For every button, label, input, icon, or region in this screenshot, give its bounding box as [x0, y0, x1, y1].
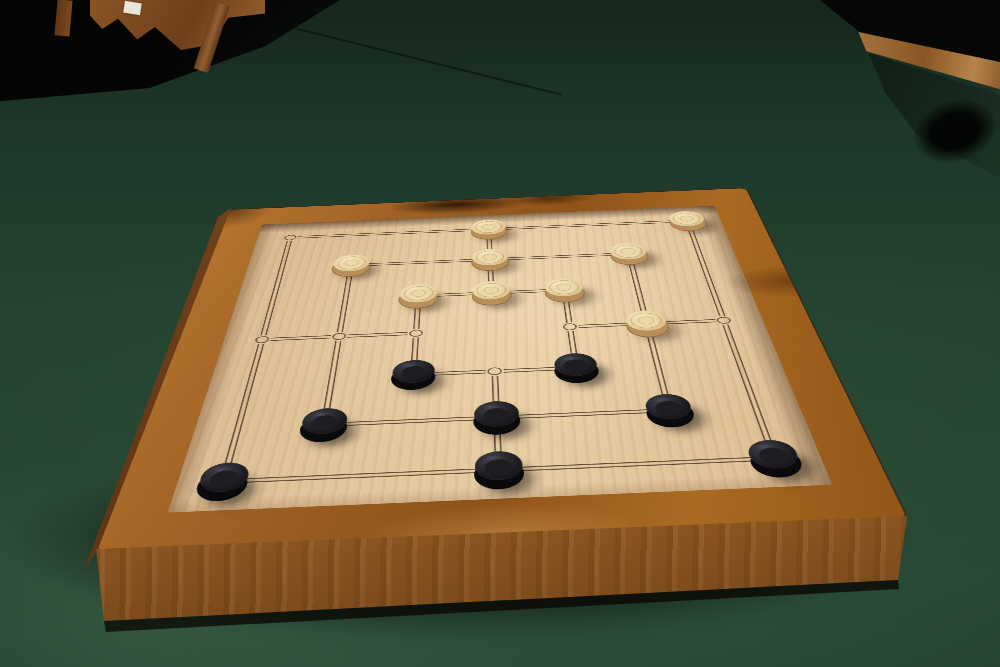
white-disc-glyph: ●: [332, 254, 371, 272]
felt-seam-line: [242, 14, 563, 96]
point-d6[interactable]: ●: [455, 243, 526, 278]
white-piece[interactable]: ●: [471, 219, 506, 235]
white-disc-glyph: ●: [624, 310, 669, 332]
white-disc-glyph: ●: [667, 211, 707, 227]
black-disc-glyph: ●: [300, 407, 349, 434]
point-e4[interactable]: [530, 306, 613, 348]
white-piece[interactable]: ●: [667, 211, 707, 227]
point-a1[interactable]: ●: [168, 452, 275, 512]
white-piece[interactable]: ●: [608, 242, 648, 260]
black-disc-glyph: ●: [744, 439, 802, 469]
sticker-label: [123, 1, 142, 16]
wooden-stand: [50, 0, 260, 86]
black-disc-glyph: ●: [643, 393, 694, 420]
black-piece[interactable]: ●: [744, 439, 802, 469]
point-a7[interactable]: [252, 222, 326, 254]
white-disc-glyph: ●: [399, 283, 438, 303]
point-f2[interactable]: ●: [621, 385, 720, 437]
point-c4[interactable]: [375, 313, 455, 355]
black-piece[interactable]: ●: [475, 450, 524, 481]
point-g4[interactable]: [679, 300, 770, 342]
white-piece[interactable]: ●: [332, 254, 371, 272]
black-disc-glyph: ●: [553, 353, 598, 377]
point-b2[interactable]: ●: [275, 399, 370, 452]
white-piece[interactable]: ●: [399, 283, 438, 303]
stand-leg: [54, 0, 72, 37]
point-c3[interactable]: ●: [370, 352, 454, 399]
stand-body: [90, 0, 265, 52]
black-disc-glyph: ●: [392, 359, 436, 383]
white-disc-glyph: ●: [472, 280, 511, 300]
white-disc-glyph: ●: [544, 277, 584, 297]
point-g1[interactable]: ●: [720, 430, 832, 489]
black-piece[interactable]: ●: [643, 393, 694, 420]
point-d5[interactable]: ●: [455, 274, 530, 312]
point-d7[interactable]: ●: [456, 214, 524, 246]
point-e5[interactable]: ●: [526, 271, 604, 309]
board-surface: ● ● ● ● ● ● ● ● ● ● ● ● ● ● ●: [168, 206, 833, 513]
black-disc-glyph: ●: [474, 400, 520, 427]
point-b6[interactable]: ●: [313, 248, 388, 283]
point-f4[interactable]: ●: [605, 303, 692, 345]
black-piece[interactable]: ●: [553, 353, 598, 377]
black-piece[interactable]: ●: [300, 407, 349, 434]
white-disc-glyph: ●: [608, 242, 648, 260]
point-a4[interactable]: [217, 319, 305, 362]
photo-scene: ● ● ● ● ● ● ● ● ● ● ● ● ● ● ●: [0, 0, 1000, 667]
white-piece[interactable]: ●: [472, 280, 511, 300]
white-piece[interactable]: ●: [544, 277, 584, 297]
white-disc-glyph: ●: [471, 219, 506, 235]
point-d2[interactable]: ●: [453, 392, 542, 445]
point-f6[interactable]: ●: [591, 237, 669, 271]
black-piece[interactable]: ●: [196, 462, 252, 493]
point-g7[interactable]: ●: [650, 206, 727, 237]
point-c5[interactable]: ●: [380, 277, 455, 315]
black-disc-glyph: ●: [475, 450, 524, 481]
point-d3[interactable]: [454, 348, 538, 395]
white-disc-glyph: ●: [472, 248, 509, 266]
point-e3[interactable]: ●: [533, 345, 621, 392]
board-points-grid: ● ● ● ● ● ● ● ● ● ● ● ● ● ● ●: [168, 206, 833, 513]
black-disc-glyph: ●: [196, 462, 252, 493]
white-piece[interactable]: ●: [624, 310, 669, 332]
white-piece[interactable]: ●: [472, 248, 509, 266]
morris-board-tray: ● ● ● ● ● ● ● ● ● ● ● ● ● ● ●: [96, 188, 907, 553]
point-b4[interactable]: [296, 316, 380, 359]
black-piece[interactable]: ●: [392, 359, 436, 383]
point-d1[interactable]: ●: [453, 441, 548, 501]
black-piece[interactable]: ●: [474, 400, 520, 427]
